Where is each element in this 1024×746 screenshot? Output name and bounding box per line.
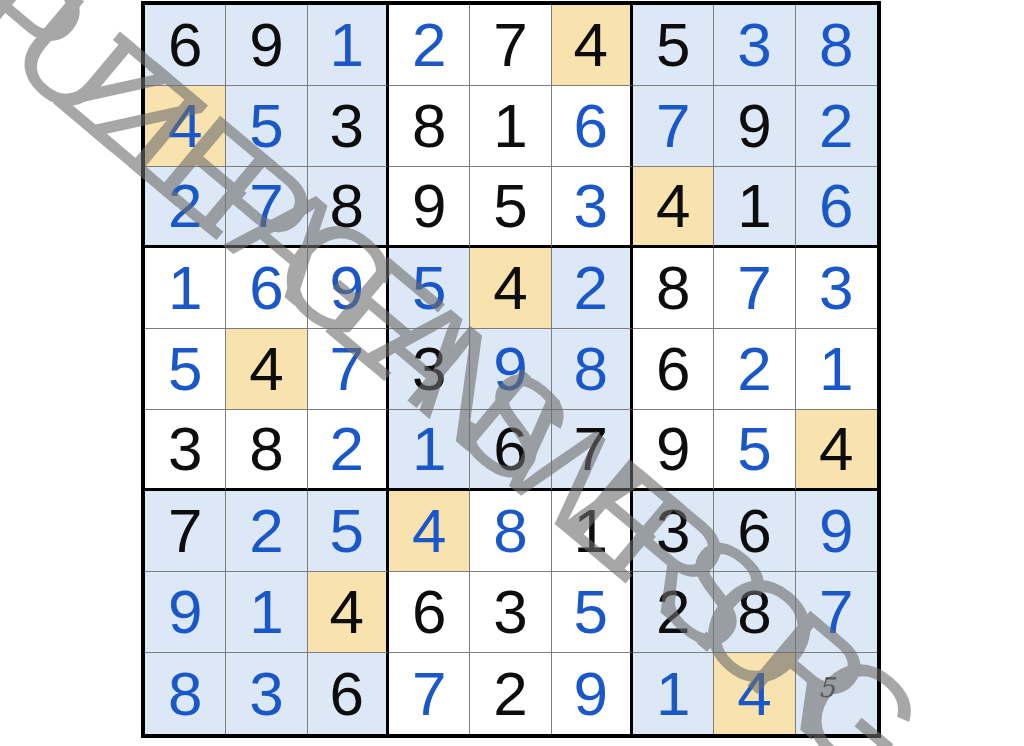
screen: 6912745384538167922789534161695428735473… [0, 0, 1024, 746]
cell-r3c7: 4 [633, 167, 714, 248]
digit: 3 [249, 663, 283, 725]
digit: 1 [330, 14, 364, 76]
cell-r3c4: 9 [389, 167, 470, 248]
cell-r4c4: 5 [389, 248, 470, 329]
cell-r5c2: 4 [226, 329, 307, 410]
cell-r2c3: 3 [308, 86, 389, 167]
cell-r2c6: 6 [552, 86, 633, 167]
digit: 3 [656, 500, 690, 562]
digit: 4 [656, 175, 690, 237]
digit: 5 [412, 257, 446, 319]
digit: 6 [737, 500, 771, 562]
cell-r7c3: 5 [308, 491, 389, 572]
cell-r2c2: 5 [226, 86, 307, 167]
digit: 9 [249, 14, 283, 76]
cell-r4c7: 8 [633, 248, 714, 329]
digit: 1 [168, 257, 202, 319]
cell-r6c8: 5 [714, 410, 795, 491]
digit: 7 [249, 175, 283, 237]
cell-r8c5: 3 [470, 572, 551, 653]
cell-r2c7: 7 [633, 86, 714, 167]
cell-r7c6: 1 [552, 491, 633, 572]
digit: 8 [249, 418, 283, 480]
cell-r2c5: 1 [470, 86, 551, 167]
cell-r8c4: 6 [389, 572, 470, 653]
digit: 8 [330, 175, 364, 237]
digit: 3 [574, 175, 608, 237]
digit: 4 [737, 663, 771, 725]
digit: 8 [412, 95, 446, 157]
digit: 2 [330, 418, 364, 480]
cell-r6c2: 8 [226, 410, 307, 491]
cell-r5c7: 6 [633, 329, 714, 410]
cell-r8c8: 8 [714, 572, 795, 653]
cell-r1c3: 1 [308, 5, 389, 86]
cell-r8c9: 7 [796, 572, 877, 653]
cell-r3c2: 7 [226, 167, 307, 248]
digit: 1 [412, 418, 446, 480]
cell-r7c1: 7 [145, 491, 226, 572]
cell-r8c7: 2 [633, 572, 714, 653]
cell-r8c3: 4 [308, 572, 389, 653]
cell-r6c1: 3 [145, 410, 226, 491]
digit: 3 [412, 338, 446, 400]
digit: 7 [656, 95, 690, 157]
cell-r7c2: 2 [226, 491, 307, 572]
digit: 3 [330, 95, 364, 157]
digit: 7 [330, 338, 364, 400]
cell-r4c6: 2 [552, 248, 633, 329]
cell-r4c2: 6 [226, 248, 307, 329]
cell-r9c6: 9 [552, 653, 633, 734]
digit: 3 [819, 257, 853, 319]
digit: 9 [737, 95, 771, 157]
cell-r5c5: 9 [470, 329, 551, 410]
cell-r1c7: 5 [633, 5, 714, 86]
digit: 7 [412, 663, 446, 725]
digit: 5 [249, 95, 283, 157]
cell-r6c7: 9 [633, 410, 714, 491]
cell-r6c6: 7 [552, 410, 633, 491]
digit: 7 [168, 500, 202, 562]
cell-r9c7: 1 [633, 653, 714, 734]
cell-r7c7: 3 [633, 491, 714, 572]
digit: 6 [656, 338, 690, 400]
digit: 2 [819, 95, 853, 157]
cell-r8c2: 1 [226, 572, 307, 653]
cell-r6c5: 6 [470, 410, 551, 491]
digit: 7 [819, 581, 853, 643]
cell-r3c6: 3 [552, 167, 633, 248]
sudoku-grid: 6912745384538167922789534161695428735473… [141, 1, 881, 738]
cell-r1c9: 8 [796, 5, 877, 86]
cell-r9c9: 5 [796, 653, 877, 734]
cell-r9c2: 3 [226, 653, 307, 734]
cell-r4c9: 3 [796, 248, 877, 329]
digit: 2 [656, 581, 690, 643]
cell-r5c1: 5 [145, 329, 226, 410]
cell-r5c9: 1 [796, 329, 877, 410]
digit: 8 [574, 338, 608, 400]
cell-r9c8: 4 [714, 653, 795, 734]
digit: 2 [249, 500, 283, 562]
cell-r1c4: 2 [389, 5, 470, 86]
digit: 7 [737, 257, 771, 319]
digit: 9 [168, 581, 202, 643]
cell-r9c5: 2 [470, 653, 551, 734]
digit: 3 [493, 581, 527, 643]
digit: 1 [493, 95, 527, 157]
digit: 5 [493, 175, 527, 237]
digit: 8 [819, 14, 853, 76]
digit: 4 [249, 338, 283, 400]
cell-r2c8: 9 [714, 86, 795, 167]
digit: 4 [412, 500, 446, 562]
digit: 9 [412, 175, 446, 237]
digit: 8 [168, 663, 202, 725]
cell-r3c8: 1 [714, 167, 795, 248]
cell-r5c6: 8 [552, 329, 633, 410]
cell-r5c3: 7 [308, 329, 389, 410]
digit: 2 [412, 14, 446, 76]
digit: 8 [656, 257, 690, 319]
cell-r4c3: 9 [308, 248, 389, 329]
digit: 1 [737, 175, 771, 237]
digit: 8 [493, 500, 527, 562]
digit: 9 [493, 338, 527, 400]
digit: 9 [819, 500, 853, 562]
digit: 6 [330, 663, 364, 725]
cell-r2c1: 4 [145, 86, 226, 167]
digit: 2 [737, 338, 771, 400]
cell-r7c4: 4 [389, 491, 470, 572]
digit: 2 [493, 663, 527, 725]
cell-r7c8: 6 [714, 491, 795, 572]
digit: 6 [493, 418, 527, 480]
digit: 6 [249, 257, 283, 319]
cell-r9c1: 8 [145, 653, 226, 734]
cell-r1c5: 7 [470, 5, 551, 86]
cell-r3c3: 8 [308, 167, 389, 248]
digit: 1 [249, 581, 283, 643]
cell-r7c5: 8 [470, 491, 551, 572]
digit: 1 [656, 663, 690, 725]
pencil-mark: 5 [818, 674, 835, 701]
digit: 3 [737, 14, 771, 76]
digit: 3 [168, 418, 202, 480]
cell-r3c9: 6 [796, 167, 877, 248]
cell-r1c2: 9 [226, 5, 307, 86]
digit: 5 [330, 500, 364, 562]
digit: 6 [819, 175, 853, 237]
cell-r2c9: 2 [796, 86, 877, 167]
digit: 9 [330, 257, 364, 319]
digit: 4 [819, 418, 853, 480]
digit: 6 [574, 95, 608, 157]
cell-r7c9: 9 [796, 491, 877, 572]
digit: 5 [737, 418, 771, 480]
cell-r9c3: 6 [308, 653, 389, 734]
cell-r5c8: 2 [714, 329, 795, 410]
digit: 4 [168, 95, 202, 157]
digit: 1 [574, 500, 608, 562]
cell-r1c8: 3 [714, 5, 795, 86]
digit: 9 [574, 663, 608, 725]
cell-r5c4: 3 [389, 329, 470, 410]
cell-r6c9: 4 [796, 410, 877, 491]
digit: 5 [574, 581, 608, 643]
cell-r4c5: 4 [470, 248, 551, 329]
cell-r3c1: 2 [145, 167, 226, 248]
digit: 5 [656, 14, 690, 76]
cell-r1c1: 6 [145, 5, 226, 86]
digit: 9 [656, 418, 690, 480]
cell-r6c4: 1 [389, 410, 470, 491]
digit: 4 [330, 581, 364, 643]
digit: 2 [168, 175, 202, 237]
cell-r8c6: 5 [552, 572, 633, 653]
digit: 5 [168, 338, 202, 400]
cell-r9c4: 7 [389, 653, 470, 734]
cell-r3c5: 5 [470, 167, 551, 248]
digit: 7 [574, 418, 608, 480]
cell-r8c1: 9 [145, 572, 226, 653]
digit: 4 [493, 257, 527, 319]
cell-r6c3: 2 [308, 410, 389, 491]
cell-r2c4: 8 [389, 86, 470, 167]
digit: 7 [493, 14, 527, 76]
digit: 2 [574, 257, 608, 319]
digit: 6 [412, 581, 446, 643]
digit: 8 [737, 581, 771, 643]
cell-r4c8: 7 [714, 248, 795, 329]
digit: 1 [819, 338, 853, 400]
cell-r1c6: 4 [552, 5, 633, 86]
digit: 4 [574, 14, 608, 76]
cell-r4c1: 1 [145, 248, 226, 329]
digit: 6 [168, 14, 202, 76]
